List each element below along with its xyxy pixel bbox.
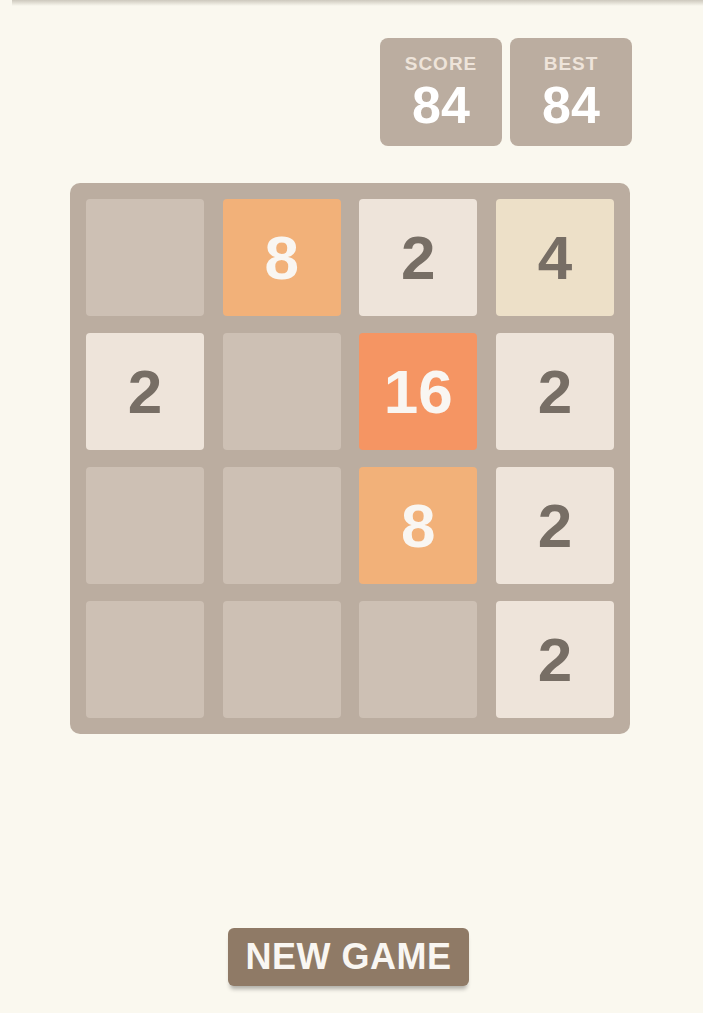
- board[interactable]: 8242162822: [70, 183, 630, 734]
- score-panel: SCORE 84 BEST 84: [380, 38, 632, 146]
- tile-4: 4: [496, 199, 614, 316]
- empty-cell: [223, 467, 341, 584]
- best-value: 84: [542, 79, 600, 131]
- tile-16: 16: [359, 333, 477, 450]
- best-label: BEST: [544, 53, 599, 75]
- empty-cell: [86, 601, 204, 718]
- tile-8: 8: [223, 199, 341, 316]
- empty-cell: [223, 333, 341, 450]
- empty-cell: [86, 467, 204, 584]
- tile-2: 2: [496, 601, 614, 718]
- score-box: SCORE 84: [380, 38, 502, 146]
- top-edge-shadow: [12, 0, 703, 6]
- best-score-box: BEST 84: [510, 38, 632, 146]
- empty-cell: [359, 601, 477, 718]
- score-label: SCORE: [405, 53, 478, 75]
- tile-2: 2: [496, 467, 614, 584]
- tile-2: 2: [359, 199, 477, 316]
- score-value: 84: [412, 79, 470, 131]
- tile-2: 2: [86, 333, 204, 450]
- tile-2: 2: [496, 333, 614, 450]
- new-game-button[interactable]: NEW GAME: [228, 928, 469, 986]
- empty-cell: [223, 601, 341, 718]
- tile-8: 8: [359, 467, 477, 584]
- empty-cell: [86, 199, 204, 316]
